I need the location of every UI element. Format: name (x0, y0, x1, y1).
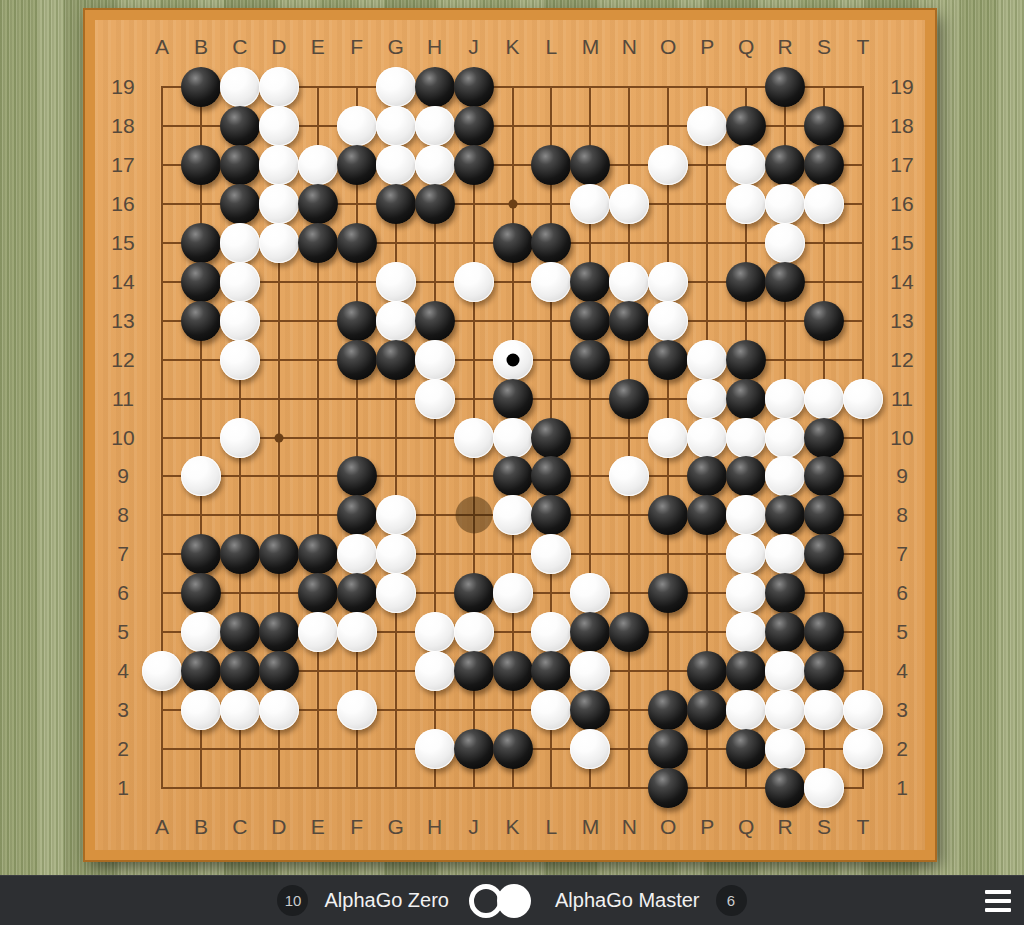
white-stone (648, 262, 688, 302)
white-stone (220, 67, 260, 107)
black-stone (687, 456, 727, 496)
white-stone (609, 184, 649, 224)
coord-label-top: A (155, 35, 169, 59)
white-stone (765, 729, 805, 769)
coord-label-top: F (350, 35, 363, 59)
coord-label-top: R (778, 35, 793, 59)
black-stone (726, 106, 766, 146)
black-stone (220, 612, 260, 652)
white-stone (493, 340, 533, 380)
black-stone (609, 379, 649, 419)
black-stone (804, 456, 844, 496)
white-stone (687, 379, 727, 419)
black-stone (648, 729, 688, 769)
coord-label-bottom: Q (738, 815, 754, 839)
coord-label-left: 12 (111, 348, 134, 372)
toggle-solid-circle-icon (497, 884, 531, 918)
black-stone (454, 729, 494, 769)
coord-label-left: 10 (111, 426, 134, 450)
coord-label-left: 7 (117, 542, 129, 566)
player-color-toggle[interactable] (469, 882, 535, 920)
white-stone (220, 340, 260, 380)
coord-label-bottom: L (546, 815, 558, 839)
white-stone (220, 418, 260, 458)
black-stone (454, 67, 494, 107)
coord-label-bottom: T (857, 815, 870, 839)
white-stone (726, 495, 766, 535)
white-stone (415, 145, 455, 185)
coord-label-left: 4 (117, 659, 129, 683)
white-stone (220, 223, 260, 263)
black-stone (415, 301, 455, 341)
white-stone (337, 534, 377, 574)
white-stone (648, 145, 688, 185)
coord-label-bottom: P (700, 815, 714, 839)
coord-label-bottom: C (232, 815, 247, 839)
black-stone (726, 340, 766, 380)
black-stone (531, 145, 571, 185)
white-stone (726, 418, 766, 458)
black-stone (804, 534, 844, 574)
black-stone (298, 534, 338, 574)
white-stone (765, 418, 805, 458)
coord-label-left: 11 (112, 387, 134, 411)
coord-label-right: 19 (890, 75, 913, 99)
coord-label-bottom: E (311, 815, 325, 839)
white-stone (220, 690, 260, 730)
white-stone (765, 651, 805, 691)
black-stone (181, 573, 221, 613)
coord-label-bottom: N (622, 815, 637, 839)
black-stone (570, 340, 610, 380)
black-stone (220, 106, 260, 146)
black-stone (765, 67, 805, 107)
black-stone (337, 340, 377, 380)
black-stone (337, 223, 377, 263)
coord-label-bottom: M (582, 815, 600, 839)
black-stone (337, 573, 377, 613)
white-stone (415, 379, 455, 419)
black-stone (804, 106, 844, 146)
white-stone (181, 612, 221, 652)
black-stone (726, 262, 766, 302)
black-stone (687, 651, 727, 691)
coord-label-left: 3 (117, 698, 129, 722)
white-stone (570, 184, 610, 224)
coord-label-bottom: R (778, 815, 793, 839)
black-stone (181, 145, 221, 185)
black-stone (765, 145, 805, 185)
right-player-name: AlphaGo Master (555, 889, 700, 912)
white-stone (726, 145, 766, 185)
black-stone (765, 612, 805, 652)
white-stone (687, 340, 727, 380)
coord-label-left: 9 (117, 464, 129, 488)
coord-label-bottom: A (155, 815, 169, 839)
coord-label-top: T (857, 35, 870, 59)
coord-label-top: N (622, 35, 637, 59)
black-stone (181, 534, 221, 574)
black-stone (376, 340, 416, 380)
coord-label-right: 7 (896, 542, 908, 566)
white-stone (531, 690, 571, 730)
black-stone (454, 651, 494, 691)
coord-label-left: 1 (117, 776, 129, 800)
white-stone (843, 729, 883, 769)
white-stone (531, 612, 571, 652)
black-stone (687, 495, 727, 535)
black-stone (220, 534, 260, 574)
coord-label-right: 3 (896, 698, 908, 722)
coord-label-left: 2 (117, 737, 129, 761)
black-stone (298, 184, 338, 224)
black-stone (531, 418, 571, 458)
black-stone (726, 456, 766, 496)
white-stone (181, 456, 221, 496)
black-stone (454, 106, 494, 146)
coord-label-right: 5 (896, 620, 908, 644)
white-stone (765, 534, 805, 574)
black-stone (726, 379, 766, 419)
coord-label-bottom: D (271, 815, 286, 839)
black-stone (531, 651, 571, 691)
black-stone (337, 456, 377, 496)
black-stone (181, 262, 221, 302)
coord-label-top: G (387, 35, 403, 59)
black-stone (259, 612, 299, 652)
coord-label-left: 13 (111, 309, 134, 333)
black-stone (493, 651, 533, 691)
coord-label-top: L (546, 35, 558, 59)
black-stone (648, 495, 688, 535)
black-stone (181, 301, 221, 341)
go-board[interactable]: AABBCCDDEEFFGGHHJJKKLLMMNNOOPPQQRRSSTT19… (85, 10, 935, 860)
black-stone (765, 573, 805, 613)
black-stone (181, 223, 221, 263)
coord-label-top: K (505, 35, 519, 59)
coord-label-right: 11 (891, 387, 913, 411)
white-stone (337, 690, 377, 730)
coord-label-top: S (817, 35, 831, 59)
white-stone (259, 145, 299, 185)
coord-label-bottom: F (350, 815, 363, 839)
white-stone (531, 534, 571, 574)
coord-label-bottom: O (660, 815, 676, 839)
star-point (508, 199, 517, 208)
coord-label-right: 16 (890, 192, 913, 216)
coord-label-left: 16 (111, 192, 134, 216)
black-stone (220, 184, 260, 224)
white-stone (765, 184, 805, 224)
white-stone (259, 223, 299, 263)
white-stone (454, 612, 494, 652)
coord-label-top: C (232, 35, 247, 59)
white-stone (454, 418, 494, 458)
black-stone (493, 223, 533, 263)
white-stone (804, 768, 844, 808)
white-stone (570, 573, 610, 613)
ghost-stone (455, 497, 492, 534)
coord-label-top: D (271, 35, 286, 59)
white-stone (726, 573, 766, 613)
coord-label-bottom: K (505, 815, 519, 839)
coord-label-top: H (427, 35, 442, 59)
black-stone (648, 690, 688, 730)
white-stone (609, 262, 649, 302)
white-stone (648, 418, 688, 458)
white-stone (415, 612, 455, 652)
black-stone (726, 729, 766, 769)
black-stone (531, 495, 571, 535)
coord-label-left: 8 (117, 503, 129, 527)
black-stone (493, 729, 533, 769)
coord-label-left: 14 (111, 270, 134, 294)
coord-label-right: 4 (896, 659, 908, 683)
coord-label-bottom: S (817, 815, 831, 839)
black-stone (181, 651, 221, 691)
white-stone (726, 690, 766, 730)
white-stone (570, 651, 610, 691)
white-stone (726, 534, 766, 574)
white-stone (765, 379, 805, 419)
black-stone (570, 262, 610, 302)
white-stone (298, 145, 338, 185)
white-stone (415, 729, 455, 769)
white-stone (259, 67, 299, 107)
white-stone (609, 456, 649, 496)
coord-label-right: 10 (890, 426, 913, 450)
white-stone (376, 262, 416, 302)
black-stone (570, 612, 610, 652)
black-stone (415, 67, 455, 107)
white-stone (376, 145, 416, 185)
coord-label-left: 15 (111, 231, 134, 255)
black-stone (493, 379, 533, 419)
coord-label-right: 8 (896, 503, 908, 527)
black-stone (726, 651, 766, 691)
white-stone (687, 106, 727, 146)
coord-label-top: B (194, 35, 208, 59)
black-stone (454, 573, 494, 613)
white-stone (687, 418, 727, 458)
black-stone (687, 690, 727, 730)
white-stone (142, 651, 182, 691)
white-stone (648, 301, 688, 341)
black-stone (648, 768, 688, 808)
black-stone (765, 262, 805, 302)
white-stone (181, 690, 221, 730)
white-stone (765, 690, 805, 730)
coord-label-right: 14 (890, 270, 913, 294)
white-stone (259, 690, 299, 730)
coord-label-right: 13 (890, 309, 913, 333)
white-stone (259, 106, 299, 146)
white-stone (376, 67, 416, 107)
last-move-marker (506, 353, 519, 366)
black-stone (765, 768, 805, 808)
coord-label-top: J (468, 35, 479, 59)
white-stone (493, 495, 533, 535)
white-stone (493, 418, 533, 458)
white-stone (415, 651, 455, 691)
coord-label-right: 1 (896, 776, 908, 800)
black-stone (376, 184, 416, 224)
white-stone (376, 495, 416, 535)
white-stone (765, 223, 805, 263)
white-stone (259, 184, 299, 224)
white-stone (376, 534, 416, 574)
coord-label-top: P (700, 35, 714, 59)
black-stone (337, 145, 377, 185)
white-stone (220, 262, 260, 302)
white-stone (843, 379, 883, 419)
coord-label-left: 5 (117, 620, 129, 644)
white-stone (376, 573, 416, 613)
black-stone (259, 534, 299, 574)
status-bar: 10 AlphaGo Zero AlphaGo Master 6 (0, 875, 1024, 925)
white-stone (376, 106, 416, 146)
coord-label-bottom: H (427, 815, 442, 839)
white-stone (415, 340, 455, 380)
right-win-count-badge: 6 (716, 885, 747, 916)
black-stone (298, 573, 338, 613)
black-stone (804, 145, 844, 185)
white-stone (726, 184, 766, 224)
black-stone (570, 145, 610, 185)
white-stone (804, 184, 844, 224)
coord-label-left: 17 (111, 153, 134, 177)
black-stone (804, 301, 844, 341)
black-stone (454, 145, 494, 185)
coord-label-bottom: J (468, 815, 479, 839)
black-stone (531, 223, 571, 263)
white-stone (804, 379, 844, 419)
board-grid[interactable]: AABBCCDDEEFFGGHHJJKKLLMMNNOOPPQQRRSSTT19… (95, 20, 925, 850)
coord-label-right: 2 (896, 737, 908, 761)
black-stone (804, 418, 844, 458)
white-stone (415, 106, 455, 146)
hamburger-menu-icon[interactable] (985, 890, 1011, 912)
coord-label-right: 15 (890, 231, 913, 255)
white-stone (337, 106, 377, 146)
black-stone (181, 67, 221, 107)
coord-label-right: 18 (890, 114, 913, 138)
black-stone (570, 690, 610, 730)
black-stone (220, 145, 260, 185)
black-stone (337, 495, 377, 535)
black-stone (609, 612, 649, 652)
white-stone (726, 612, 766, 652)
grid-line-vertical (862, 86, 864, 789)
black-stone (415, 184, 455, 224)
app-root: { "game": "go", "board": { "size": 19, "… (0, 0, 1024, 925)
white-stone (570, 729, 610, 769)
coord-label-left: 19 (111, 75, 134, 99)
white-stone (454, 262, 494, 302)
white-stone (804, 690, 844, 730)
star-point (274, 433, 283, 442)
coord-label-right: 9 (896, 464, 908, 488)
coord-label-right: 6 (896, 581, 908, 605)
white-stone (376, 301, 416, 341)
left-win-count-badge: 10 (277, 885, 308, 916)
white-stone (298, 612, 338, 652)
black-stone (531, 456, 571, 496)
white-stone (220, 301, 260, 341)
black-stone (220, 651, 260, 691)
coord-label-left: 6 (117, 581, 129, 605)
white-stone (765, 456, 805, 496)
left-player-name: AlphaGo Zero (324, 889, 449, 912)
coord-label-top: E (311, 35, 325, 59)
black-stone (298, 223, 338, 263)
black-stone (648, 573, 688, 613)
coord-label-right: 12 (890, 348, 913, 372)
black-stone (804, 651, 844, 691)
white-stone (337, 612, 377, 652)
black-stone (804, 495, 844, 535)
coord-label-bottom: B (194, 815, 208, 839)
white-stone (843, 690, 883, 730)
black-stone (570, 301, 610, 341)
coord-label-top: O (660, 35, 676, 59)
black-stone (259, 651, 299, 691)
coord-label-bottom: G (387, 815, 403, 839)
white-stone (493, 573, 533, 613)
grid-line-horizontal (161, 787, 864, 789)
white-stone (531, 262, 571, 302)
coord-label-left: 18 (111, 114, 134, 138)
coord-label-top: Q (738, 35, 754, 59)
black-stone (765, 495, 805, 535)
black-stone (648, 340, 688, 380)
black-stone (609, 301, 649, 341)
black-stone (337, 301, 377, 341)
coord-label-right: 17 (890, 153, 913, 177)
black-stone (804, 612, 844, 652)
coord-label-top: M (582, 35, 600, 59)
black-stone (493, 456, 533, 496)
